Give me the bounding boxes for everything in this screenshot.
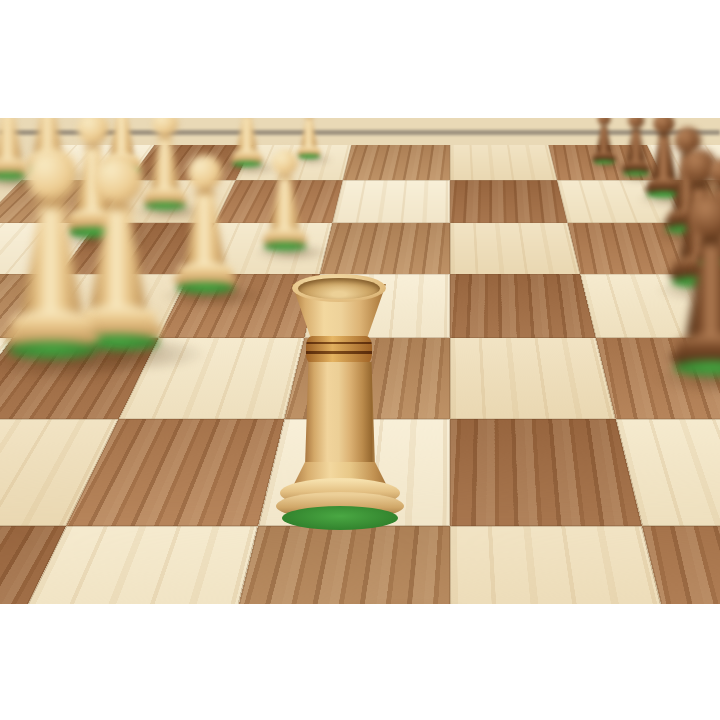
- square-r7c4: [222, 526, 450, 604]
- square-r3c5: [450, 223, 580, 274]
- product-photo-page: [0, 0, 720, 720]
- white-pawn-felt: [176, 282, 235, 294]
- white-pawn-bod: [21, 208, 83, 318]
- white-pawn-head: [94, 155, 143, 204]
- black-pawn-bod: [596, 127, 611, 154]
- photo-window: [0, 118, 720, 604]
- white-pawn-blurred: [4, 147, 100, 359]
- white-pawn-felt: [8, 341, 97, 359]
- rook-felt-base: [282, 506, 398, 530]
- white-pawn-bod: [185, 195, 226, 268]
- black-pawn-head: [709, 159, 720, 186]
- white-pawn-head: [188, 155, 222, 189]
- rook-column: [305, 362, 375, 466]
- black-pawn-head: [628, 118, 644, 128]
- white-pawn-blurred: [173, 154, 237, 294]
- black-pawn-blurred: [670, 192, 720, 376]
- square-r3c4: [320, 223, 450, 274]
- black-pawn-felt: [593, 160, 615, 164]
- white-pawn-head: [153, 118, 178, 136]
- square-r5c5: [450, 338, 616, 419]
- white-pawn-bod: [237, 118, 258, 153]
- rook-neck-rings: [306, 336, 372, 364]
- white-pawn-bod: [301, 119, 317, 148]
- square-r7c5: [450, 526, 678, 604]
- white-pawn-head: [272, 150, 297, 175]
- white-pawn-blurred: [262, 149, 308, 251]
- square-r6c5: [450, 419, 642, 526]
- black-pawn-head: [598, 118, 611, 125]
- square-r2c5: [450, 180, 568, 222]
- black-pawn-head: [689, 194, 720, 239]
- square-r4c5: [450, 274, 596, 338]
- white-rook: [272, 274, 408, 528]
- black-pawn-felt: [674, 360, 720, 376]
- square-r1c5: [450, 145, 557, 180]
- white-pawn-felt: [264, 242, 307, 251]
- black-pawn-bod: [685, 245, 720, 341]
- white-pawn-head: [78, 118, 109, 144]
- black-pawn-bod: [627, 131, 646, 164]
- square-r2c4: [332, 180, 450, 222]
- white-pawn-bod: [270, 179, 300, 232]
- rook-cup-bowl: [298, 278, 380, 299]
- white-pawn-head: [26, 149, 78, 201]
- black-pawn-blurred: [592, 118, 616, 164]
- square-r1c4: [343, 145, 450, 180]
